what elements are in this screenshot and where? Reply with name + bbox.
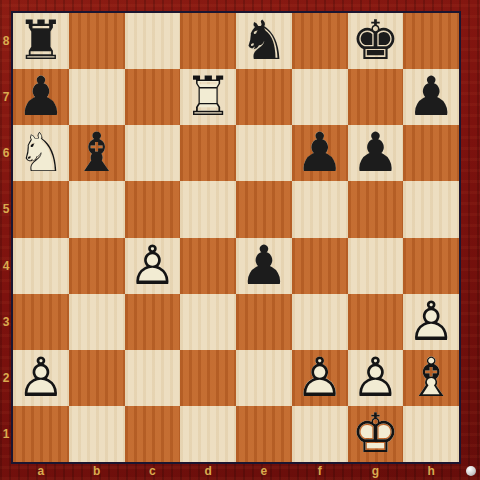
square-f2[interactable]: ♟♙	[292, 350, 348, 406]
square-f3[interactable]	[292, 294, 348, 350]
square-h2[interactable]: ♝♗	[403, 350, 459, 406]
file-label-b: b	[69, 463, 125, 479]
piece-outline-layer: ♗	[403, 350, 459, 406]
square-e7[interactable]	[236, 69, 292, 125]
square-e8[interactable]: ♘♞	[236, 13, 292, 69]
square-h3[interactable]: ♟♙	[403, 294, 459, 350]
piece-outline-layer: ♘	[13, 125, 69, 181]
square-h1[interactable]	[403, 406, 459, 462]
rank-label-4: 4	[0, 238, 12, 294]
piece-outline-layer: ♙	[125, 238, 181, 294]
file-label-g: g	[348, 463, 404, 479]
piece-white-rook[interactable]: ♜♖	[180, 69, 236, 125]
square-g7[interactable]	[348, 69, 404, 125]
rank-label-7: 7	[0, 69, 12, 125]
piece-outline-layer: ♟	[292, 125, 348, 181]
piece-white-pawn[interactable]: ♟♙	[125, 238, 181, 294]
square-a1[interactable]	[13, 406, 69, 462]
file-label-d: d	[180, 463, 236, 479]
square-a3[interactable]	[13, 294, 69, 350]
piece-white-pawn[interactable]: ♟♙	[403, 294, 459, 350]
square-b3[interactable]	[69, 294, 125, 350]
piece-black-pawn[interactable]: ♙♟	[403, 69, 459, 125]
square-f6[interactable]: ♙♟	[292, 125, 348, 181]
square-c7[interactable]	[125, 69, 181, 125]
chess-board: ♖♜♘♞♔♚♙♟♜♖♙♟♞♘♗♝♙♟♙♟♟♙♙♟♟♙♟♙♟♙♟♙♝♗♚♔	[11, 11, 461, 464]
piece-white-pawn[interactable]: ♟♙	[13, 350, 69, 406]
square-a6[interactable]: ♞♘	[13, 125, 69, 181]
square-c5[interactable]	[125, 181, 181, 237]
square-f8[interactable]	[292, 13, 348, 69]
piece-outline-layer: ♟	[13, 69, 69, 125]
square-d4[interactable]	[180, 238, 236, 294]
square-a5[interactable]	[13, 181, 69, 237]
rank-label-2: 2	[0, 350, 12, 406]
square-c8[interactable]	[125, 13, 181, 69]
square-f4[interactable]	[292, 238, 348, 294]
piece-outline-layer: ♟	[403, 69, 459, 125]
piece-outline-layer: ♞	[236, 13, 292, 69]
square-b7[interactable]	[69, 69, 125, 125]
piece-black-pawn[interactable]: ♙♟	[348, 125, 404, 181]
square-a8[interactable]: ♖♜	[13, 13, 69, 69]
square-d8[interactable]	[180, 13, 236, 69]
square-d5[interactable]	[180, 181, 236, 237]
square-e5[interactable]	[236, 181, 292, 237]
square-e6[interactable]	[236, 125, 292, 181]
piece-outline-layer: ♖	[180, 69, 236, 125]
file-label-e: e	[236, 463, 292, 479]
piece-outline-layer: ♟	[236, 238, 292, 294]
piece-black-knight[interactable]: ♘♞	[236, 13, 292, 69]
square-g3[interactable]	[348, 294, 404, 350]
square-a4[interactable]	[13, 238, 69, 294]
piece-white-pawn[interactable]: ♟♙	[292, 350, 348, 406]
square-f1[interactable]	[292, 406, 348, 462]
square-d3[interactable]	[180, 294, 236, 350]
square-d6[interactable]	[180, 125, 236, 181]
piece-black-pawn[interactable]: ♙♟	[292, 125, 348, 181]
piece-outline-layer: ♙	[13, 350, 69, 406]
square-e2[interactable]	[236, 350, 292, 406]
square-f7[interactable]	[292, 69, 348, 125]
square-g8[interactable]: ♔♚	[348, 13, 404, 69]
square-b1[interactable]	[69, 406, 125, 462]
square-g4[interactable]	[348, 238, 404, 294]
square-a2[interactable]: ♟♙	[13, 350, 69, 406]
square-a7[interactable]: ♙♟	[13, 69, 69, 125]
chess-board-frame: ♖♜♘♞♔♚♙♟♜♖♙♟♞♘♗♝♙♟♙♟♟♙♙♟♟♙♟♙♟♙♟♙♝♗♚♔ 876…	[0, 0, 480, 480]
square-e1[interactable]	[236, 406, 292, 462]
square-d1[interactable]	[180, 406, 236, 462]
square-b2[interactable]	[69, 350, 125, 406]
file-label-h: h	[403, 463, 459, 479]
rank-label-6: 6	[0, 125, 12, 181]
square-b4[interactable]	[69, 238, 125, 294]
file-label-f: f	[292, 463, 348, 479]
square-c3[interactable]	[125, 294, 181, 350]
piece-black-pawn[interactable]: ♙♟	[236, 238, 292, 294]
piece-outline-layer: ♟	[348, 125, 404, 181]
square-c4[interactable]: ♟♙	[125, 238, 181, 294]
piece-outline-layer: ♝	[69, 125, 125, 181]
piece-outline-layer: ♜	[13, 13, 69, 69]
square-h6[interactable]	[403, 125, 459, 181]
square-g6[interactable]: ♙♟	[348, 125, 404, 181]
square-f5[interactable]	[292, 181, 348, 237]
square-b5[interactable]	[69, 181, 125, 237]
square-b8[interactable]	[69, 13, 125, 69]
file-label-c: c	[125, 463, 181, 479]
rank-label-8: 8	[0, 13, 12, 69]
square-e4[interactable]: ♙♟	[236, 238, 292, 294]
square-h4[interactable]	[403, 238, 459, 294]
square-h8[interactable]	[403, 13, 459, 69]
rank-label-5: 5	[0, 181, 12, 237]
square-g2[interactable]: ♟♙	[348, 350, 404, 406]
file-label-a: a	[13, 463, 69, 479]
square-d7[interactable]: ♜♖	[180, 69, 236, 125]
piece-outline-layer: ♙	[348, 350, 404, 406]
piece-outline-layer: ♙	[403, 294, 459, 350]
piece-white-bishop[interactable]: ♝♗	[403, 350, 459, 406]
corner-dot	[466, 466, 476, 476]
square-h7[interactable]: ♙♟	[403, 69, 459, 125]
square-c1[interactable]	[125, 406, 181, 462]
square-c6[interactable]	[125, 125, 181, 181]
piece-outline-layer: ♔	[348, 406, 404, 462]
square-g1[interactable]: ♚♔	[348, 406, 404, 462]
piece-white-pawn[interactable]: ♟♙	[348, 350, 404, 406]
square-b6[interactable]: ♗♝	[69, 125, 125, 181]
square-g5[interactable]	[348, 181, 404, 237]
piece-white-king[interactable]: ♚♔	[348, 406, 404, 462]
piece-black-rook[interactable]: ♖♜	[13, 13, 69, 69]
square-h5[interactable]	[403, 181, 459, 237]
square-d2[interactable]	[180, 350, 236, 406]
piece-white-knight[interactable]: ♞♘	[13, 125, 69, 181]
piece-black-pawn[interactable]: ♙♟	[13, 69, 69, 125]
rank-label-1: 1	[0, 406, 12, 462]
piece-black-bishop[interactable]: ♗♝	[69, 125, 125, 181]
rank-label-3: 3	[0, 294, 12, 350]
square-c2[interactable]	[125, 350, 181, 406]
piece-outline-layer: ♚	[348, 13, 404, 69]
piece-outline-layer: ♙	[292, 350, 348, 406]
square-e3[interactable]	[236, 294, 292, 350]
piece-black-king[interactable]: ♔♚	[348, 13, 404, 69]
